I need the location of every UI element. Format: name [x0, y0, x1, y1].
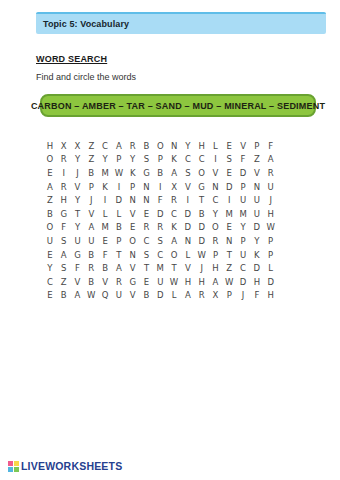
grid-cell-r9-c1[interactable]: E [43, 248, 57, 262]
grid-cell-r7-c9[interactable]: R [153, 221, 167, 235]
grid-cell-r6-c11[interactable]: D [181, 207, 195, 221]
grid-cell-r10-c16[interactable]: D [250, 261, 264, 275]
grid-cell-r3-c7[interactable]: K [126, 166, 140, 180]
grid-cell-r3-c12[interactable]: O [195, 166, 209, 180]
grid-cell-r4-c5[interactable]: K [98, 180, 112, 194]
grid-cell-r8-c11[interactable]: N [181, 234, 195, 248]
grid-cell-r7-c4[interactable]: A [84, 221, 98, 235]
grid-cell-r3-c3[interactable]: J [71, 166, 85, 180]
grid-cell-r10-c17[interactable]: L [264, 261, 278, 275]
grid-cell-r1-c14[interactable]: E [222, 139, 236, 153]
grid-cell-r11-c8[interactable]: E [140, 275, 154, 289]
grid-cell-r5-c4[interactable]: J [84, 193, 98, 207]
grid-cell-r9-c4[interactable]: B [84, 248, 98, 262]
grid-cell-r8-c15[interactable]: P [236, 234, 250, 248]
grid-cell-r3-c2[interactable]: I [57, 166, 71, 180]
grid-cell-r4-c13[interactable]: N [209, 180, 223, 194]
grid-cell-r4-c10[interactable]: X [167, 180, 181, 194]
grid-cell-r8-c9[interactable]: S [153, 234, 167, 248]
grid-cell-r3-c6[interactable]: W [112, 166, 126, 180]
grid-cell-r11-c16[interactable]: H [250, 275, 264, 289]
grid-cell-r10-c12[interactable]: J [195, 261, 209, 275]
grid-cell-r8-c13[interactable]: R [209, 234, 223, 248]
grid-cell-r6-c10[interactable]: C [167, 207, 181, 221]
grid-cell-r5-c10[interactable]: R [167, 193, 181, 207]
grid-cell-r1-c15[interactable]: V [236, 139, 250, 153]
grid-cell-r2-c16[interactable]: Z [250, 153, 264, 167]
grid-cell-r1-c13[interactable]: L [209, 139, 223, 153]
grid-cell-r12-c7[interactable]: V [126, 289, 140, 303]
grid-cell-r11-c11[interactable]: H [181, 275, 195, 289]
grid-cell-r8-c3[interactable]: U [71, 234, 85, 248]
grid-cell-r12-c16[interactable]: F [250, 289, 264, 303]
grid-cell-r5-c3[interactable]: Y [71, 193, 85, 207]
grid-cell-r3-c5[interactable]: M [98, 166, 112, 180]
grid-cell-r3-c16[interactable]: V [250, 166, 264, 180]
grid-cell-r6-c3[interactable]: T [71, 207, 85, 221]
grid-cell-r6-c15[interactable]: M [236, 207, 250, 221]
grid-cell-r7-c12[interactable]: D [195, 221, 209, 235]
grid-cell-r7-c1[interactable]: O [43, 221, 57, 235]
grid-cell-r7-c6[interactable]: B [112, 221, 126, 235]
grid-cell-r1-c6[interactable]: A [112, 139, 126, 153]
grid-cell-r1-c16[interactable]: P [250, 139, 264, 153]
grid-cell-r1-c8[interactable]: B [140, 139, 154, 153]
grid-cell-r5-c9[interactable]: F [153, 193, 167, 207]
grid-cell-r10-c7[interactable]: V [126, 261, 140, 275]
grid-cell-r8-c10[interactable]: A [167, 234, 181, 248]
grid-cell-r2-c5[interactable]: Y [98, 153, 112, 167]
topic-header-banner: Topic 5: Vocabulary [36, 12, 326, 34]
topic-title: Topic 5: Vocabulary [36, 19, 129, 29]
grid-cell-r6-c14[interactable]: M [222, 207, 236, 221]
grid-cell-r7-c2[interactable]: F [57, 221, 71, 235]
grid-cell-r10-c10[interactable]: T [167, 261, 181, 275]
grid-cell-r10-c1[interactable]: Y [43, 261, 57, 275]
grid-cell-r3-c15[interactable]: D [236, 166, 250, 180]
grid-cell-r2-c8[interactable]: S [140, 153, 154, 167]
grid-cell-r3-c10[interactable]: A [167, 166, 181, 180]
worksheet-heading: WORD SEARCH [36, 54, 107, 64]
grid-cell-r4-c1[interactable]: A [43, 180, 57, 194]
grid-cell-r11-c4[interactable]: B [84, 275, 98, 289]
grid-cell-r9-c11[interactable]: L [181, 248, 195, 262]
grid-cell-r10-c9[interactable]: M [153, 261, 167, 275]
grid-cell-r7-c17[interactable]: W [264, 221, 278, 235]
grid-cell-r11-c6[interactable]: R [112, 275, 126, 289]
grid-cell-r8-c7[interactable]: O [126, 234, 140, 248]
grid-cell-r5-c6[interactable]: D [112, 193, 126, 207]
grid-cell-r11-c2[interactable]: Z [57, 275, 71, 289]
grid-cell-r5-c14[interactable]: I [222, 193, 236, 207]
grid-cell-r9-c6[interactable]: T [112, 248, 126, 262]
letter-grid[interactable]: HXXZCARBONYHLEVPFORYZYPYSPKCCISFZAEIJBMW… [43, 139, 278, 302]
grid-cell-r9-c15[interactable]: U [236, 248, 250, 262]
grid-cell-r8-c17[interactable]: P [264, 234, 278, 248]
grid-cell-r2-c1[interactable]: O [43, 153, 57, 167]
grid-cell-r10-c4[interactable]: R [84, 261, 98, 275]
grid-cell-r10-c3[interactable]: F [71, 261, 85, 275]
grid-cell-r3-c13[interactable]: V [209, 166, 223, 180]
grid-cell-r12-c11[interactable]: A [181, 289, 195, 303]
grid-cell-r5-c2[interactable]: H [57, 193, 71, 207]
grid-cell-r10-c11[interactable]: V [181, 261, 195, 275]
grid-cell-r7-c15[interactable]: Y [236, 221, 250, 235]
grid-cell-r10-c6[interactable]: A [112, 261, 126, 275]
grid-cell-r12-c2[interactable]: B [57, 289, 71, 303]
grid-cell-r11-c14[interactable]: W [222, 275, 236, 289]
grid-cell-r3-c14[interactable]: E [222, 166, 236, 180]
grid-cell-r5-c1[interactable]: Z [43, 193, 57, 207]
grid-cell-r4-c17[interactable]: U [264, 180, 278, 194]
grid-cell-r2-c10[interactable]: K [167, 153, 181, 167]
grid-cell-r4-c4[interactable]: P [84, 180, 98, 194]
grid-cell-r9-c9[interactable]: C [153, 248, 167, 262]
footer[interactable]: LIVEWORKSHEETS [8, 460, 122, 472]
grid-cell-r7-c3[interactable]: Y [71, 221, 85, 235]
grid-cell-r8-c14[interactable]: N [222, 234, 236, 248]
grid-cell-r2-c15[interactable]: F [236, 153, 250, 167]
grid-cell-r1-c12[interactable]: H [195, 139, 209, 153]
grid-cell-r4-c15[interactable]: P [236, 180, 250, 194]
grid-cell-r9-c13[interactable]: P [209, 248, 223, 262]
grid-cell-r6-c4[interactable]: V [84, 207, 98, 221]
grid-cell-r1-c10[interactable]: N [167, 139, 181, 153]
grid-cell-r12-c9[interactable]: D [153, 289, 167, 303]
grid-cell-r11-c15[interactable]: D [236, 275, 250, 289]
grid-cell-r4-c6[interactable]: I [112, 180, 126, 194]
grid-cell-r3-c17[interactable]: R [264, 166, 278, 180]
grid-cell-r8-c5[interactable]: E [98, 234, 112, 248]
grid-cell-r6-c5[interactable]: L [98, 207, 112, 221]
liveworksheets-logo-icon [8, 461, 19, 472]
grid-cell-r6-c13[interactable]: Y [209, 207, 223, 221]
grid-cell-r5-c7[interactable]: N [126, 193, 140, 207]
grid-cell-r8-c6[interactable]: P [112, 234, 126, 248]
grid-cell-r10-c14[interactable]: Z [222, 261, 236, 275]
grid-cell-r2-c14[interactable]: S [222, 153, 236, 167]
grid-cell-r4-c7[interactable]: P [126, 180, 140, 194]
grid-cell-r7-c14[interactable]: E [222, 221, 236, 235]
grid-cell-r3-c11[interactable]: S [181, 166, 195, 180]
grid-cell-r6-c7[interactable]: V [126, 207, 140, 221]
grid-cell-r2-c7[interactable]: Y [126, 153, 140, 167]
grid-cell-r4-c12[interactable]: G [195, 180, 209, 194]
grid-cell-r4-c9[interactable]: I [153, 180, 167, 194]
grid-cell-r10-c5[interactable]: B [98, 261, 112, 275]
grid-cell-r11-c12[interactable]: H [195, 275, 209, 289]
grid-cell-r6-c9[interactable]: D [153, 207, 167, 221]
grid-cell-r5-c11[interactable]: I [181, 193, 195, 207]
word-bank-text: CARBON – AMBER – TAR – SAND – MUD – MINE… [31, 101, 325, 111]
grid-cell-r12-c15[interactable]: J [236, 289, 250, 303]
grid-cell-r5-c12[interactable]: T [195, 193, 209, 207]
grid-cell-r10-c13[interactable]: H [209, 261, 223, 275]
grid-cell-r2-c3[interactable]: Y [71, 153, 85, 167]
grid-cell-r6-c12[interactable]: B [195, 207, 209, 221]
grid-cell-r8-c4[interactable]: U [84, 234, 98, 248]
grid-cell-r1-c2[interactable]: X [57, 139, 71, 153]
grid-cell-r3-c4[interactable]: B [84, 166, 98, 180]
grid-cell-r6-c8[interactable]: E [140, 207, 154, 221]
grid-cell-r1-c11[interactable]: Y [181, 139, 195, 153]
grid-cell-r11-c1[interactable]: C [43, 275, 57, 289]
worksheet-instructions: Find and circle the words [36, 72, 136, 82]
grid-cell-r11-c7[interactable]: G [126, 275, 140, 289]
grid-cell-r5-c16[interactable]: U [250, 193, 264, 207]
grid-cell-r12-c8[interactable]: B [140, 289, 154, 303]
grid-cell-r11-c13[interactable]: A [209, 275, 223, 289]
grid-cell-r1-c4[interactable]: Z [84, 139, 98, 153]
grid-cell-r4-c3[interactable]: V [71, 180, 85, 194]
grid-cell-r4-c8[interactable]: N [140, 180, 154, 194]
grid-cell-r8-c12[interactable]: D [195, 234, 209, 248]
grid-cell-r11-c10[interactable]: W [167, 275, 181, 289]
grid-cell-r2-c11[interactable]: C [181, 153, 195, 167]
grid-cell-r10-c2[interactable]: S [57, 261, 71, 275]
grid-cell-r6-c6[interactable]: L [112, 207, 126, 221]
grid-cell-r12-c13[interactable]: X [209, 289, 223, 303]
grid-cell-r2-c17[interactable]: A [264, 153, 278, 167]
grid-cell-r1-c3[interactable]: X [71, 139, 85, 153]
grid-cell-r4-c2[interactable]: R [57, 180, 71, 194]
grid-cell-r9-c10[interactable]: O [167, 248, 181, 262]
grid-cell-r5-c5[interactable]: I [98, 193, 112, 207]
grid-cell-r11-c5[interactable]: V [98, 275, 112, 289]
grid-cell-r6-c16[interactable]: U [250, 207, 264, 221]
grid-cell-r7-c8[interactable]: R [140, 221, 154, 235]
grid-cell-r9-c14[interactable]: T [222, 248, 236, 262]
grid-cell-r8-c16[interactable]: Y [250, 234, 264, 248]
grid-cell-r12-c10[interactable]: L [167, 289, 181, 303]
grid-cell-r8-c8[interactable]: C [140, 234, 154, 248]
grid-cell-r9-c3[interactable]: G [71, 248, 85, 262]
grid-cell-r6-c2[interactable]: G [57, 207, 71, 221]
grid-cell-r2-c4[interactable]: Z [84, 153, 98, 167]
grid-cell-r12-c3[interactable]: A [71, 289, 85, 303]
grid-cell-r12-c5[interactable]: Q [98, 289, 112, 303]
grid-cell-r12-c17[interactable]: H [264, 289, 278, 303]
grid-cell-r11-c9[interactable]: U [153, 275, 167, 289]
grid-cell-r2-c6[interactable]: P [112, 153, 126, 167]
grid-cell-r8-c2[interactable]: S [57, 234, 71, 248]
grid-cell-r7-c11[interactable]: D [181, 221, 195, 235]
grid-cell-r12-c1[interactable]: E [43, 289, 57, 303]
grid-cell-r9-c5[interactable]: F [98, 248, 112, 262]
grid-cell-r8-c1[interactable]: U [43, 234, 57, 248]
grid-cell-r12-c6[interactable]: U [112, 289, 126, 303]
grid-cell-r7-c16[interactable]: D [250, 221, 264, 235]
grid-cell-r11-c3[interactable]: V [71, 275, 85, 289]
grid-cell-r2-c12[interactable]: C [195, 153, 209, 167]
grid-cell-r2-c13[interactable]: I [209, 153, 223, 167]
grid-cell-r2-c9[interactable]: P [153, 153, 167, 167]
grid-cell-r4-c16[interactable]: N [250, 180, 264, 194]
word-bank-banner: CARBON – AMBER – TAR – SAND – MUD – MINE… [40, 94, 316, 117]
grid-cell-r5-c15[interactable]: U [236, 193, 250, 207]
grid-cell-r7-c5[interactable]: M [98, 221, 112, 235]
grid-cell-r9-c12[interactable]: W [195, 248, 209, 262]
grid-cell-r1-c1[interactable]: H [43, 139, 57, 153]
grid-cell-r3-c9[interactable]: B [153, 166, 167, 180]
grid-cell-r1-c5[interactable]: C [98, 139, 112, 153]
grid-cell-r4-c14[interactable]: D [222, 180, 236, 194]
grid-cell-r10-c15[interactable]: C [236, 261, 250, 275]
grid-cell-r9-c8[interactable]: S [140, 248, 154, 262]
grid-cell-r9-c2[interactable]: A [57, 248, 71, 262]
grid-cell-r9-c16[interactable]: K [250, 248, 264, 262]
grid-cell-r9-c7[interactable]: N [126, 248, 140, 262]
grid-cell-r10-c8[interactable]: T [140, 261, 154, 275]
grid-cell-r12-c14[interactable]: P [222, 289, 236, 303]
grid-cell-r12-c12[interactable]: R [195, 289, 209, 303]
grid-cell-r5-c13[interactable]: C [209, 193, 223, 207]
grid-cell-r4-c11[interactable]: V [181, 180, 195, 194]
grid-cell-r7-c10[interactable]: K [167, 221, 181, 235]
grid-cell-r2-c2[interactable]: R [57, 153, 71, 167]
grid-cell-r1-c17[interactable]: F [264, 139, 278, 153]
grid-cell-r3-c8[interactable]: G [140, 166, 154, 180]
grid-cell-r6-c17[interactable]: H [264, 207, 278, 221]
grid-cell-r9-c17[interactable]: P [264, 248, 278, 262]
liveworksheets-brand[interactable]: LIVEWORKSHEETS [21, 460, 122, 472]
grid-cell-r12-c4[interactable]: W [84, 289, 98, 303]
grid-cell-r6-c1[interactable]: B [43, 207, 57, 221]
grid-cell-r3-c1[interactable]: E [43, 166, 57, 180]
grid-cell-r7-c13[interactable]: O [209, 221, 223, 235]
grid-cell-r1-c7[interactable]: R [126, 139, 140, 153]
grid-cell-r5-c8[interactable]: N [140, 193, 154, 207]
grid-cell-r5-c17[interactable]: J [264, 193, 278, 207]
grid-cell-r7-c7[interactable]: E [126, 221, 140, 235]
grid-cell-r11-c17[interactable]: D [264, 275, 278, 289]
grid-cell-r1-c9[interactable]: O [153, 139, 167, 153]
